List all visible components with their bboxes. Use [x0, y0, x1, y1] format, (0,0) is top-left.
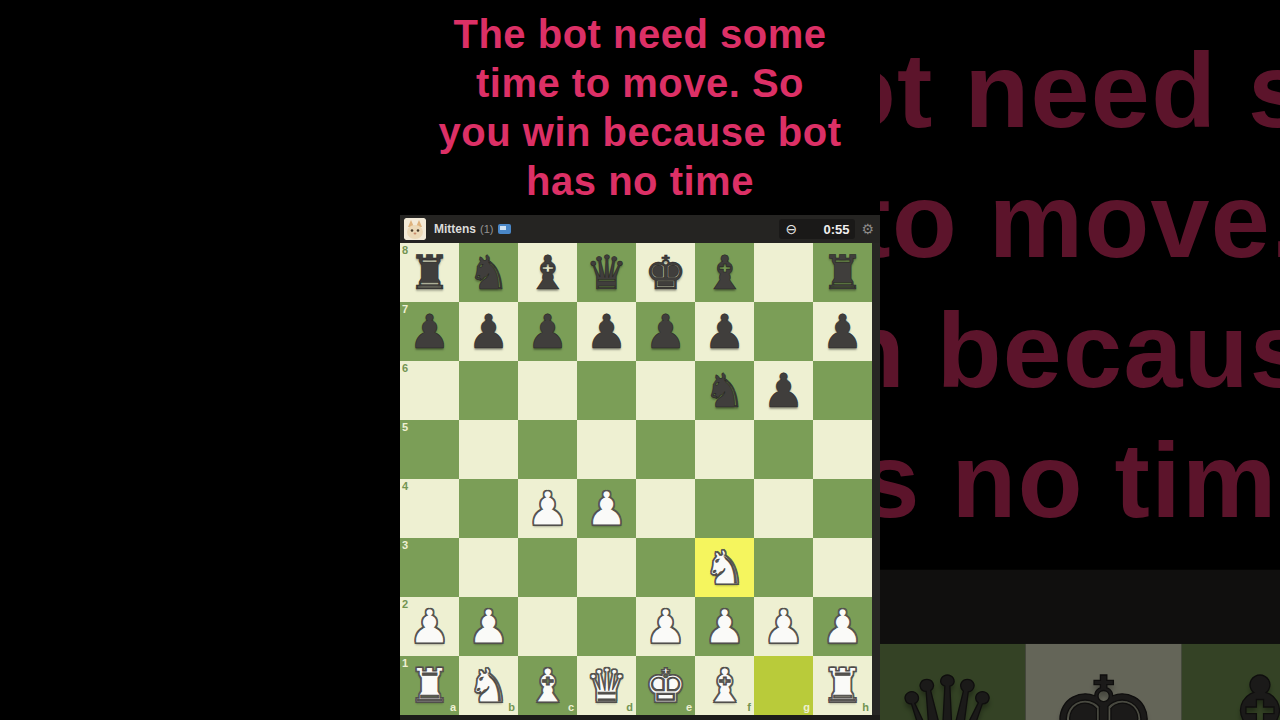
piece-white-queen[interactable]: ♛	[577, 656, 636, 715]
piece-white-pawn[interactable]: ♟	[518, 479, 577, 538]
chess-board: 8♜♞♝♛♚♝♜7♟♟♟♟♟♟♟6♞♟54♟♟3♞2♟♟♟♟♟♟1a♜b♞c♝d…	[400, 243, 872, 715]
piece-black-bishop[interactable]: ♝	[695, 243, 754, 302]
piece-white-pawn[interactable]: ♟	[577, 479, 636, 538]
square-f7[interactable]: ♟	[695, 302, 754, 361]
bg-piece-black-bishop: ♝	[1182, 644, 1280, 720]
piece-white-pawn[interactable]: ♟	[695, 597, 754, 656]
square-a3[interactable]: 3	[400, 538, 459, 597]
piece-black-pawn[interactable]: ♟	[577, 302, 636, 361]
caption-line: you win because bot	[439, 108, 842, 157]
square-f1[interactable]: f♝	[695, 656, 754, 715]
square-c2[interactable]	[518, 597, 577, 656]
square-g3[interactable]	[754, 538, 813, 597]
piece-black-king[interactable]: ♚	[636, 243, 695, 302]
square-f6[interactable]: ♞	[695, 361, 754, 420]
bg-piece-black-king: ♚	[1025, 644, 1181, 720]
player-clock: ⊖ 0:55	[779, 219, 855, 239]
square-c6[interactable]	[518, 361, 577, 420]
square-c8[interactable]: ♝	[518, 243, 577, 302]
square-c7[interactable]: ♟	[518, 302, 577, 361]
square-a7[interactable]: 7♟	[400, 302, 459, 361]
caption-line: The bot need some	[454, 10, 827, 59]
square-c1[interactable]: c♝	[518, 656, 577, 715]
game-header: Mittens (1) ⊖ 0:55 ⚙	[400, 215, 880, 243]
square-g5[interactable]	[754, 420, 813, 479]
piece-black-rook[interactable]: ♜	[813, 243, 872, 302]
square-h7[interactable]: ♟	[813, 302, 872, 361]
caption: The bot need sometime to move. Soyou win…	[400, 0, 880, 215]
square-c3[interactable]	[518, 538, 577, 597]
rank-label: 5	[402, 422, 408, 433]
square-e4[interactable]	[636, 479, 695, 538]
piece-black-pawn[interactable]: ♟	[400, 302, 459, 361]
square-f4[interactable]	[695, 479, 754, 538]
square-d6[interactable]	[577, 361, 636, 420]
square-e1[interactable]: e♚	[636, 656, 695, 715]
square-b6[interactable]	[459, 361, 518, 420]
square-b7[interactable]: ♟	[459, 302, 518, 361]
square-g1[interactable]: g	[754, 656, 813, 715]
square-h2[interactable]: ♟	[813, 597, 872, 656]
caption-line: has no time	[526, 157, 754, 206]
piece-white-pawn[interactable]: ♟	[400, 597, 459, 656]
piece-black-rook[interactable]: ♜	[400, 243, 459, 302]
square-a2[interactable]: 2♟	[400, 597, 459, 656]
square-h6[interactable]	[813, 361, 872, 420]
square-a8[interactable]: 8♜	[400, 243, 459, 302]
square-d8[interactable]: ♛	[577, 243, 636, 302]
square-b2[interactable]: ♟	[459, 597, 518, 656]
settings-gear-icon[interactable]: ⚙	[861, 221, 874, 237]
piece-white-rook[interactable]: ♜	[400, 656, 459, 715]
piece-white-king[interactable]: ♚	[636, 656, 695, 715]
piece-white-pawn[interactable]: ♟	[813, 597, 872, 656]
caption-line: time to move. So	[476, 59, 804, 108]
square-b4[interactable]	[459, 479, 518, 538]
square-a5[interactable]: 5	[400, 420, 459, 479]
player-avatar[interactable]	[404, 218, 426, 240]
square-c4[interactable]: ♟	[518, 479, 577, 538]
bg-piece-black-queen: ♛	[869, 644, 1025, 720]
piece-white-pawn[interactable]: ♟	[754, 597, 813, 656]
square-g7[interactable]	[754, 302, 813, 361]
square-b5[interactable]	[459, 420, 518, 479]
square-h1[interactable]: h♜	[813, 656, 872, 715]
square-b1[interactable]: b♞	[459, 656, 518, 715]
circled-minus-icon[interactable]: ⊖	[785, 222, 797, 236]
rank-label: 4	[402, 481, 408, 492]
square-d7[interactable]: ♟	[577, 302, 636, 361]
piece-black-knight[interactable]: ♞	[459, 243, 518, 302]
square-a6[interactable]: 6	[400, 361, 459, 420]
square-f2[interactable]: ♟	[695, 597, 754, 656]
piece-black-pawn[interactable]: ♟	[813, 302, 872, 361]
piece-white-bishop[interactable]: ♝	[695, 656, 754, 715]
square-d3[interactable]	[577, 538, 636, 597]
piece-black-pawn[interactable]: ♟	[754, 361, 813, 420]
cat-avatar-icon	[404, 218, 426, 240]
piece-black-queen[interactable]: ♛	[577, 243, 636, 302]
piece-black-pawn[interactable]: ♟	[518, 302, 577, 361]
square-h8[interactable]: ♜	[813, 243, 872, 302]
square-e7[interactable]: ♟	[636, 302, 695, 361]
piece-black-pawn[interactable]: ♟	[636, 302, 695, 361]
square-a4[interactable]: 4	[400, 479, 459, 538]
square-g6[interactable]: ♟	[754, 361, 813, 420]
square-e8[interactable]: ♚	[636, 243, 695, 302]
below-board-strip	[400, 715, 880, 720]
square-e2[interactable]: ♟	[636, 597, 695, 656]
square-d1[interactable]: d♛	[577, 656, 636, 715]
square-f5[interactable]	[695, 420, 754, 479]
piece-black-pawn[interactable]: ♟	[695, 302, 754, 361]
square-f8[interactable]: ♝	[695, 243, 754, 302]
square-g8[interactable]	[754, 243, 813, 302]
piece-black-bishop[interactable]: ♝	[518, 243, 577, 302]
bg-square-f8: ♝	[1182, 644, 1280, 720]
screenshot-stage: The bot need sometime to move. Soyou win…	[0, 0, 1280, 720]
piece-white-pawn[interactable]: ♟	[459, 597, 518, 656]
square-e6[interactable]	[636, 361, 695, 420]
square-h3[interactable]	[813, 538, 872, 597]
clock-time: 0:55	[823, 222, 849, 237]
square-c5[interactable]	[518, 420, 577, 479]
piece-white-knight[interactable]: ♞	[695, 538, 754, 597]
square-d5[interactable]	[577, 420, 636, 479]
flair-badge-icon	[498, 224, 511, 234]
piece-black-pawn[interactable]: ♟	[459, 302, 518, 361]
square-h4[interactable]	[813, 479, 872, 538]
player-name: Mittens	[434, 222, 476, 236]
square-h5[interactable]	[813, 420, 872, 479]
square-e3[interactable]	[636, 538, 695, 597]
piece-white-rook[interactable]: ♜	[813, 656, 872, 715]
piece-white-bishop[interactable]: ♝	[518, 656, 577, 715]
square-e5[interactable]	[636, 420, 695, 479]
square-b3[interactable]	[459, 538, 518, 597]
player-rating: (1)	[480, 223, 493, 235]
bg-square-e8: ♚	[1025, 644, 1181, 720]
rank-label: 6	[402, 363, 408, 374]
rank-label: 3	[402, 540, 408, 551]
piece-white-pawn[interactable]: ♟	[636, 597, 695, 656]
board-right-strip	[872, 243, 880, 716]
bg-square-d8: ♛	[869, 644, 1025, 720]
square-b8[interactable]: ♞	[459, 243, 518, 302]
video-frame: The bot need sometime to move. Soyou win…	[400, 0, 880, 720]
square-g4[interactable]	[754, 479, 813, 538]
piece-white-knight[interactable]: ♞	[459, 656, 518, 715]
square-d2[interactable]	[577, 597, 636, 656]
square-g2[interactable]: ♟	[754, 597, 813, 656]
file-label: g	[803, 702, 810, 713]
square-f3[interactable]: ♞	[695, 538, 754, 597]
square-a1[interactable]: 1a♜	[400, 656, 459, 715]
square-d4[interactable]: ♟	[577, 479, 636, 538]
piece-black-knight[interactable]: ♞	[695, 361, 754, 420]
